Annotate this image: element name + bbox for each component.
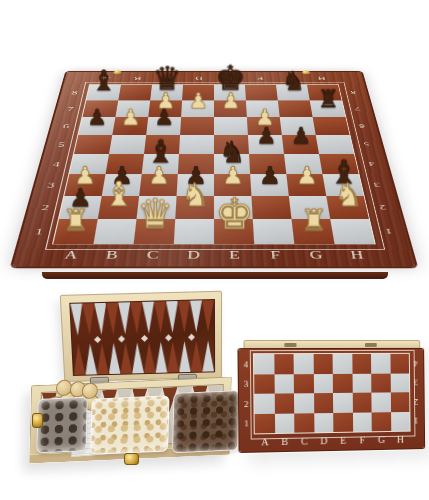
square-d3 xyxy=(313,374,333,394)
file-label-top: B xyxy=(133,75,141,81)
square-b3 xyxy=(274,374,294,394)
backgammon-point xyxy=(108,343,121,374)
backgammon-point xyxy=(96,343,109,374)
square-f3 xyxy=(352,373,371,393)
square-a2 xyxy=(254,394,274,414)
square-e1 xyxy=(333,412,352,432)
bar-dot-icon xyxy=(188,334,195,341)
black-knight-g8: ♞ xyxy=(281,69,304,95)
backgammon-point xyxy=(82,303,95,335)
square-b4 xyxy=(274,354,294,374)
rank-label-left: 3 xyxy=(244,379,249,389)
black-pawn-f3: ♟ xyxy=(259,164,281,188)
black-pawn-c6: ♟ xyxy=(154,107,174,129)
backgammon-point xyxy=(167,341,179,372)
backgammon-point xyxy=(94,303,107,335)
square-h4 xyxy=(390,354,409,373)
square-g2 xyxy=(371,392,390,412)
file-label-bottom: B xyxy=(281,435,288,446)
rank-label-right: 4 xyxy=(413,358,417,368)
bag-dark-checkers xyxy=(36,397,87,453)
white-pawn-b6: ♟ xyxy=(120,107,140,129)
backgammon-point xyxy=(130,302,143,334)
square-f4 xyxy=(352,354,371,373)
brass-latch-icon xyxy=(32,413,43,428)
brass-clasp-icon xyxy=(124,453,139,465)
square-a4 xyxy=(254,354,274,374)
backgammon-point xyxy=(131,342,144,373)
folded-board-photo: ABCDEFGH44332211 xyxy=(238,340,424,454)
backgammon-point xyxy=(190,341,202,372)
backgammon-point xyxy=(143,342,155,373)
square-a1 xyxy=(255,413,275,433)
case-base xyxy=(29,377,232,464)
backgammon-point xyxy=(118,302,131,334)
rank-label-right: 1 xyxy=(414,416,418,426)
square-d2 xyxy=(314,393,334,413)
rank-label-right: 3 xyxy=(414,378,418,388)
square-e2 xyxy=(333,393,352,413)
bar-dot-icon xyxy=(165,334,172,341)
backgammon-point xyxy=(142,302,155,334)
chess-board: AABBCCDDEEFFGGHH1122334455667788♝♛♚♞♟♟♟♜… xyxy=(12,72,415,267)
case-base-interior xyxy=(39,384,223,450)
square-g4 xyxy=(371,354,390,373)
backgammon-point xyxy=(166,301,178,333)
file-label-top: H xyxy=(317,75,326,81)
white-queen-c1: ♛ xyxy=(136,194,173,235)
bar-dot-icon xyxy=(94,336,101,343)
bar-dot-icon xyxy=(118,335,125,342)
square-g1 xyxy=(372,412,391,432)
bag-dark-chess-pieces xyxy=(172,390,240,453)
file-label-top: D xyxy=(195,75,203,81)
white-pawn-g3: ♟ xyxy=(296,164,318,188)
file-label-bottom: F xyxy=(360,434,366,445)
square-b1 xyxy=(274,413,294,433)
backgammon-point xyxy=(72,344,85,375)
file-label-bottom: C xyxy=(301,435,308,446)
backgammon-point xyxy=(202,300,214,332)
square-d1 xyxy=(314,412,334,432)
bar-dot-icon xyxy=(141,335,148,342)
square-e4 xyxy=(333,354,352,374)
white-pawn-c3: ♟ xyxy=(148,164,170,188)
white-rook-g1: ♜ xyxy=(300,205,326,234)
folded-grid xyxy=(254,354,410,434)
file-label-top: F xyxy=(257,75,263,81)
black-rook-h7: ♜ xyxy=(317,87,339,111)
white-bishop-b2: ♝ xyxy=(103,177,133,211)
square-c3 xyxy=(294,374,314,394)
black-pawn-f5: ♟ xyxy=(256,124,276,147)
square-h1 xyxy=(391,411,410,431)
file-label-bottom: E xyxy=(340,434,346,445)
square-f2 xyxy=(352,393,371,413)
file-label-bottom: D xyxy=(320,435,327,446)
white-pawn-e7: ♟ xyxy=(221,90,240,111)
white-pawn-e3: ♟ xyxy=(222,164,244,188)
square-a3 xyxy=(254,374,274,394)
backgammon-point xyxy=(70,303,83,335)
hinge-icon xyxy=(284,343,296,347)
white-knight-h2: ♞ xyxy=(334,179,362,211)
backgammon-point xyxy=(154,301,167,333)
bag-light-chess-pieces xyxy=(90,395,169,455)
rank-label-left: 2 xyxy=(244,399,249,409)
black-bishop-a8: ♝ xyxy=(91,67,116,95)
board-side-edge xyxy=(42,272,388,279)
square-c4 xyxy=(294,354,314,374)
square-d4 xyxy=(313,354,333,374)
folded-chess-board: ABCDEFGH44332211 xyxy=(238,349,424,452)
case-lid xyxy=(60,291,222,382)
white-pawn-d7: ♟ xyxy=(188,90,207,111)
white-rook-a1: ♜ xyxy=(62,205,88,234)
black-pawn-g5: ♟ xyxy=(290,124,310,147)
file-label-bottom: H xyxy=(397,433,404,444)
white-king-e1: ♚ xyxy=(215,192,254,235)
rank-label-left: 1 xyxy=(244,418,249,428)
backgammon-point xyxy=(155,342,167,373)
square-h2 xyxy=(390,392,409,411)
square-e3 xyxy=(333,373,352,393)
rank-label-left: 4 xyxy=(243,359,248,369)
square-c2 xyxy=(294,393,314,413)
backgammon-point xyxy=(202,340,214,371)
backgammon-point xyxy=(84,343,97,374)
backgammon-point xyxy=(190,300,202,332)
square-b2 xyxy=(274,393,294,413)
rank-label-right: 8 xyxy=(350,90,356,95)
square-h3 xyxy=(390,373,409,392)
black-pawn-a6: ♟ xyxy=(87,107,107,129)
backgammon-point xyxy=(179,341,191,372)
product-photo: AABBCCDDEEFFGGHH1122334455667788♝♛♚♞♟♟♟♜… xyxy=(0,0,429,500)
rank-label-left: 8 xyxy=(71,89,79,96)
backgammon-point xyxy=(120,343,133,374)
square-c1 xyxy=(294,413,314,433)
file-label-bottom: G xyxy=(378,434,385,445)
square-f1 xyxy=(352,412,371,432)
backgammon-point xyxy=(178,301,190,333)
file-label-bottom: A xyxy=(261,436,268,447)
board-perspective-wrapper: AABBCCDDEEFFGGHH1122334455667788♝♛♚♞♟♟♟♜… xyxy=(12,72,415,267)
backgammon-point xyxy=(106,303,119,335)
backgammon-board xyxy=(69,299,215,376)
white-knight-d2: ♞ xyxy=(181,179,209,211)
rank-label-right: 2 xyxy=(414,397,418,407)
square-g3 xyxy=(371,373,390,392)
open-case-photo xyxy=(28,293,233,468)
hinge-icon xyxy=(365,343,377,347)
